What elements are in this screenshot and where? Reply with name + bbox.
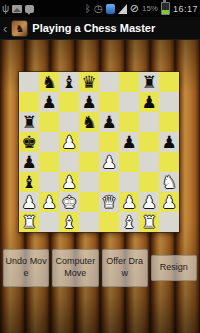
square-g8[interactable]: ♜ <box>139 72 159 92</box>
white-knight: ♞ <box>159 172 179 192</box>
black-bishop: ♝ <box>59 72 79 92</box>
square-a1[interactable]: ♜ <box>19 212 39 232</box>
square-h5[interactable]: ♟ <box>159 132 179 152</box>
battery-charging-icon <box>161 2 170 15</box>
square-c1[interactable]: ♝ <box>59 212 79 232</box>
black-rook: ♜ <box>139 72 159 92</box>
bluetooth-icon: ᛒ <box>85 4 91 14</box>
square-f3[interactable] <box>119 172 139 192</box>
square-b3[interactable] <box>39 172 59 192</box>
offer-draw-button[interactable]: Offer Draw <box>102 249 148 286</box>
square-d3[interactable] <box>79 172 99 192</box>
white-pawn: ♟ <box>59 172 79 192</box>
white-rook: ♜ <box>139 212 159 232</box>
white-pawn: ♟ <box>59 132 79 152</box>
square-d5[interactable] <box>79 132 99 152</box>
square-c8[interactable]: ♝ <box>59 72 79 92</box>
white-rook: ♜ <box>19 212 39 232</box>
square-h3[interactable]: ♞ <box>159 172 179 192</box>
black-pawn: ♟ <box>39 92 59 112</box>
square-g3[interactable] <box>139 172 159 192</box>
game-controls: Undo Move Computer Move Offer Draw Resig… <box>0 240 200 296</box>
square-d7[interactable]: ♟ <box>79 92 99 112</box>
square-e7[interactable] <box>99 92 119 112</box>
alarm-icon: ◷ <box>94 4 103 14</box>
square-h1[interactable] <box>159 212 179 232</box>
square-g2[interactable]: ♟ <box>139 192 159 212</box>
square-c2[interactable]: ♚ <box>59 192 79 212</box>
white-pawn: ♟ <box>19 192 39 212</box>
white-pawn: ♟ <box>39 192 59 212</box>
square-a5[interactable]: ♚ <box>19 132 39 152</box>
square-d8[interactable]: ♛ <box>79 72 99 92</box>
square-e1[interactable] <box>99 212 119 232</box>
square-h7[interactable] <box>159 92 179 112</box>
square-d2[interactable] <box>79 192 99 212</box>
square-b7[interactable]: ♟ <box>39 92 59 112</box>
title-bar: ‹ ♞ Playing a Chess Master <box>0 17 200 40</box>
usb-icon: ψ <box>2 4 9 14</box>
black-pawn: ♟ <box>99 112 119 132</box>
status-bar: ψ ᛒ ◷ ⊘ 15% 16:17 <box>0 0 200 17</box>
square-c5[interactable]: ♟ <box>59 132 79 152</box>
square-f8[interactable] <box>119 72 139 92</box>
square-f2[interactable]: ♟ <box>119 192 139 212</box>
square-a8[interactable] <box>19 72 39 92</box>
white-king: ♚ <box>59 192 79 212</box>
square-g6[interactable] <box>139 112 159 132</box>
app-notification-icon <box>106 4 115 14</box>
square-a7[interactable] <box>19 92 39 112</box>
square-f4[interactable] <box>119 152 139 172</box>
black-bishop: ♝ <box>19 172 39 192</box>
back-chevron-icon[interactable]: ‹ <box>3 22 7 35</box>
app-icon: ♞ <box>11 20 28 37</box>
black-pawn: ♟ <box>19 152 39 172</box>
undo-move-button[interactable]: Undo Move <box>3 249 49 286</box>
clock-label: 16:17 <box>173 4 198 14</box>
square-a6[interactable]: ♜ <box>19 112 39 132</box>
square-d1[interactable] <box>79 212 99 232</box>
square-h2[interactable]: ♟ <box>159 192 179 212</box>
square-e2[interactable]: ♛ <box>99 192 119 212</box>
black-rook: ♜ <box>19 112 39 132</box>
white-queen: ♛ <box>99 192 119 212</box>
page-title: Playing a Chess Master <box>32 22 155 34</box>
white-pawn: ♟ <box>159 192 179 212</box>
square-h4[interactable] <box>159 152 179 172</box>
black-queen: ♛ <box>79 72 99 92</box>
white-bishop: ♝ <box>119 212 139 232</box>
computer-move-button[interactable]: Computer Move <box>52 249 98 286</box>
square-e3[interactable] <box>99 172 119 192</box>
square-b4[interactable] <box>39 152 59 172</box>
no-sim-icon: ⊘ <box>130 3 139 14</box>
status-bar-right: ᛒ ◷ ⊘ 15% 16:17 <box>85 2 198 15</box>
square-c4[interactable] <box>59 152 79 172</box>
screenshot-icon <box>12 5 22 13</box>
app-screen: ψ ᛒ ◷ ⊘ 15% 16:17 ‹ ♞ Playing a Chess Ma… <box>0 0 200 333</box>
square-g4[interactable] <box>139 152 159 172</box>
black-pawn: ♟ <box>119 132 139 152</box>
white-pawn: ♟ <box>99 152 119 172</box>
square-g1[interactable]: ♜ <box>139 212 159 232</box>
black-king: ♚ <box>19 132 39 152</box>
square-c6[interactable] <box>59 112 79 132</box>
square-b2[interactable]: ♟ <box>39 192 59 212</box>
black-knight: ♞ <box>79 112 99 132</box>
white-pawn: ♟ <box>119 192 139 212</box>
square-f6[interactable] <box>119 112 139 132</box>
black-knight: ♞ <box>39 72 59 92</box>
square-e5[interactable] <box>99 132 119 152</box>
black-pawn: ♟ <box>139 92 159 112</box>
square-b6[interactable] <box>39 112 59 132</box>
square-b5[interactable] <box>39 132 59 152</box>
black-pawn: ♟ <box>159 132 179 152</box>
square-h6[interactable] <box>159 112 179 132</box>
square-b1[interactable] <box>39 212 59 232</box>
square-a4[interactable]: ♟ <box>19 152 39 172</box>
square-a2[interactable]: ♟ <box>19 192 39 212</box>
square-d6[interactable]: ♞ <box>79 112 99 132</box>
signal-strength-icon <box>118 4 127 14</box>
square-g5[interactable] <box>139 132 159 152</box>
square-a3[interactable]: ♝ <box>19 172 39 192</box>
square-d4[interactable] <box>79 152 99 172</box>
square-f7[interactable] <box>119 92 139 112</box>
white-bishop: ♝ <box>59 212 79 232</box>
square-h8[interactable] <box>159 72 179 92</box>
square-c3[interactable]: ♟ <box>59 172 79 192</box>
square-e8[interactable] <box>99 72 119 92</box>
square-b8[interactable]: ♞ <box>39 72 59 92</box>
chess-board: ♞♝♛♜♟♟♟♜♞♟♚♟♟♟♟♟♝♟♞♟♟♚♛♟♟♟♜♝♝♜ <box>19 72 179 232</box>
square-f5[interactable]: ♟ <box>119 132 139 152</box>
resign-button[interactable]: Resign <box>151 255 197 281</box>
white-pawn: ♟ <box>139 192 159 212</box>
square-c7[interactable] <box>59 92 79 112</box>
square-e4[interactable]: ♟ <box>99 152 119 172</box>
square-g7[interactable]: ♟ <box>139 92 159 112</box>
square-e6[interactable]: ♟ <box>99 112 119 132</box>
battery-percent-label: 15% <box>142 4 158 13</box>
status-bar-left: ψ <box>2 4 34 14</box>
square-f1[interactable]: ♝ <box>119 212 139 232</box>
sms-icon <box>25 5 34 13</box>
black-pawn: ♟ <box>79 92 99 112</box>
